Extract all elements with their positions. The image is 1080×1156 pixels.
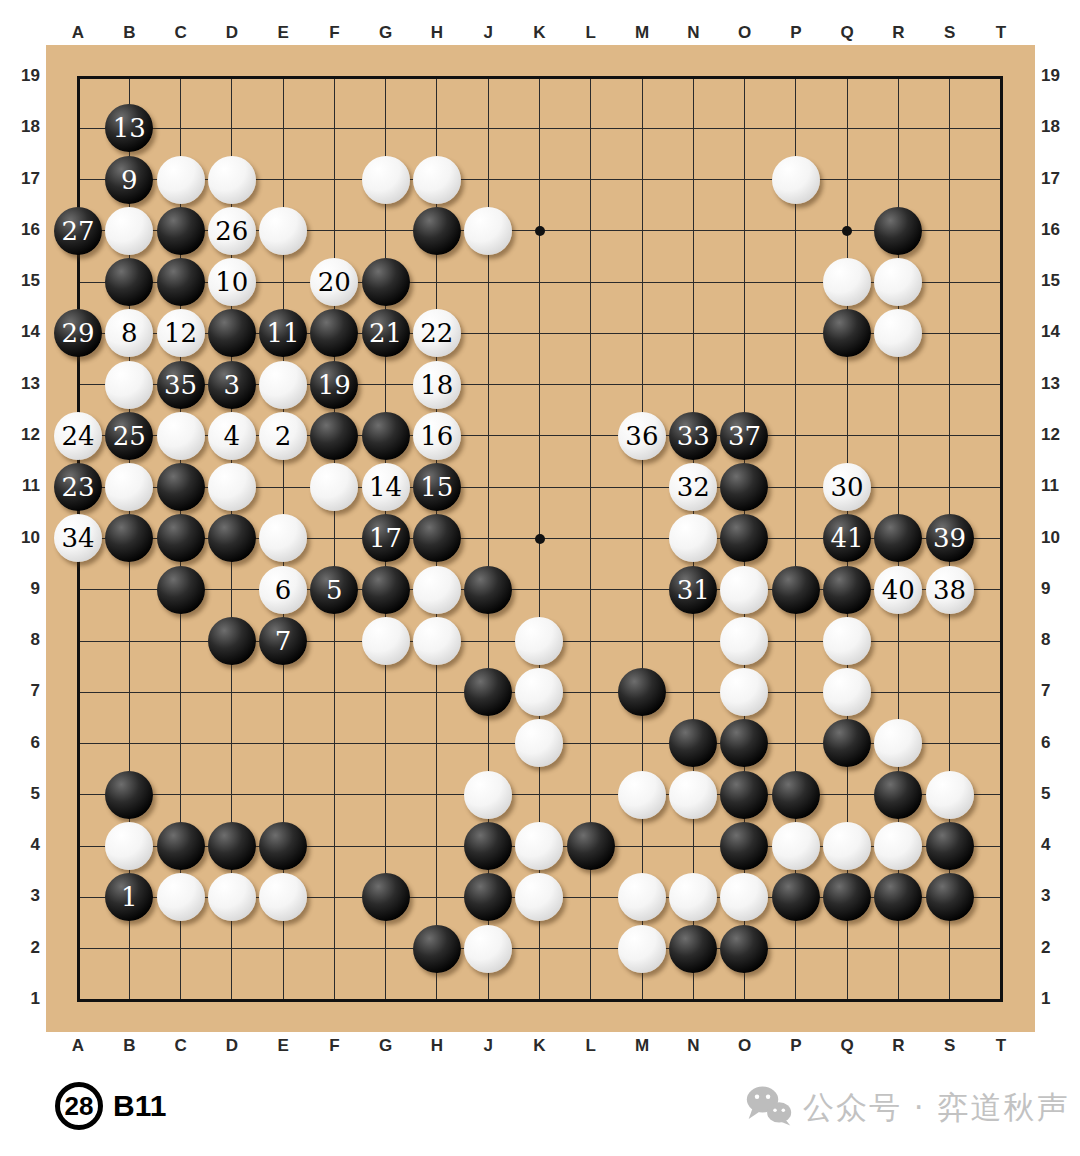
stone-D13-move-3: 3 xyxy=(208,361,256,409)
stone-G3 xyxy=(362,873,410,921)
stone-B3-move-1: 1 xyxy=(105,873,153,921)
stone-E4 xyxy=(259,822,307,870)
stone-M3 xyxy=(618,873,666,921)
stone-S3 xyxy=(926,873,974,921)
stone-H9 xyxy=(413,566,461,614)
stone-Q4 xyxy=(823,822,871,870)
row-label-left-8: 8 xyxy=(14,630,40,650)
stone-H13-move-18: 18 xyxy=(413,361,461,409)
stone-R5 xyxy=(874,771,922,819)
stone-K7 xyxy=(515,668,563,716)
stone-E9-move-6: 6 xyxy=(259,566,307,614)
stone-Q15 xyxy=(823,258,871,306)
stone-K6 xyxy=(515,719,563,767)
stone-H12-move-16: 16 xyxy=(413,412,461,460)
row-label-right-14: 14 xyxy=(1041,322,1071,342)
col-label-top-C: C xyxy=(174,23,186,43)
go-board: 1392726102029812112122353191824254216363… xyxy=(46,45,1035,1032)
stone-B10 xyxy=(105,514,153,562)
stone-B16 xyxy=(105,207,153,255)
stone-Q14 xyxy=(823,309,871,357)
stone-N2 xyxy=(669,925,717,973)
stone-D4 xyxy=(208,822,256,870)
row-label-left-9: 9 xyxy=(14,579,40,599)
stone-C3 xyxy=(157,873,205,921)
stone-F9-move-5: 5 xyxy=(310,566,358,614)
stone-O12-move-37: 37 xyxy=(720,412,768,460)
stone-D8 xyxy=(208,617,256,665)
row-label-right-9: 9 xyxy=(1041,579,1071,599)
stone-B17-move-9: 9 xyxy=(105,156,153,204)
stone-O8 xyxy=(720,617,768,665)
stone-K8 xyxy=(515,617,563,665)
stone-M5 xyxy=(618,771,666,819)
stone-N11-move-32: 32 xyxy=(669,463,717,511)
stone-R4 xyxy=(874,822,922,870)
stone-H16 xyxy=(413,207,461,255)
stone-D12-move-4: 4 xyxy=(208,412,256,460)
stone-A16-move-27: 27 xyxy=(54,207,102,255)
row-label-right-7: 7 xyxy=(1041,681,1071,701)
stone-C15 xyxy=(157,258,205,306)
stone-R14 xyxy=(874,309,922,357)
row-label-right-17: 17 xyxy=(1041,169,1071,189)
col-label-bottom-T: T xyxy=(996,1036,1006,1056)
stone-C13-move-35: 35 xyxy=(157,361,205,409)
stone-R15 xyxy=(874,258,922,306)
col-label-top-S: S xyxy=(944,23,955,43)
stone-H14-move-22: 22 xyxy=(413,309,461,357)
row-label-right-18: 18 xyxy=(1041,117,1071,137)
stone-Q7 xyxy=(823,668,871,716)
stone-M2 xyxy=(618,925,666,973)
stone-H8 xyxy=(413,617,461,665)
stone-A14-move-29: 29 xyxy=(54,309,102,357)
row-label-right-16: 16 xyxy=(1041,220,1071,240)
stone-Q9 xyxy=(823,566,871,614)
stone-A10-move-34: 34 xyxy=(54,514,102,562)
col-label-top-D: D xyxy=(226,23,238,43)
col-label-top-O: O xyxy=(738,23,751,43)
stone-K4 xyxy=(515,822,563,870)
row-label-left-16: 16 xyxy=(14,220,40,240)
stone-R9-move-40: 40 xyxy=(874,566,922,614)
col-label-bottom-H: H xyxy=(431,1036,443,1056)
stone-G11-move-14: 14 xyxy=(362,463,410,511)
col-label-top-M: M xyxy=(635,23,649,43)
stone-G9 xyxy=(362,566,410,614)
stone-M7 xyxy=(618,668,666,716)
col-label-bottom-E: E xyxy=(277,1036,288,1056)
row-label-right-13: 13 xyxy=(1041,374,1071,394)
stone-C12 xyxy=(157,412,205,460)
stone-Q3 xyxy=(823,873,871,921)
stone-H17 xyxy=(413,156,461,204)
stone-S4 xyxy=(926,822,974,870)
stone-G8 xyxy=(362,617,410,665)
col-label-top-K: K xyxy=(533,23,545,43)
stone-R6 xyxy=(874,719,922,767)
stone-N10 xyxy=(669,514,717,562)
stone-D3 xyxy=(208,873,256,921)
stones-layer: 1392726102029812112122353191824254216363… xyxy=(52,51,1026,1025)
stone-J7 xyxy=(464,668,512,716)
stone-O5 xyxy=(720,771,768,819)
col-label-bottom-O: O xyxy=(738,1036,751,1056)
watermark-text: 公众号 · 弈道秋声 xyxy=(803,1087,1070,1129)
row-label-left-18: 18 xyxy=(14,117,40,137)
stone-P3 xyxy=(772,873,820,921)
stone-O9 xyxy=(720,566,768,614)
stone-G17 xyxy=(362,156,410,204)
stone-H11-move-15: 15 xyxy=(413,463,461,511)
footnote-move-reference: 28 B11 xyxy=(55,1082,166,1130)
stone-O7 xyxy=(720,668,768,716)
stone-A11-move-23: 23 xyxy=(54,463,102,511)
stone-B5 xyxy=(105,771,153,819)
stone-G15 xyxy=(362,258,410,306)
stone-Q6 xyxy=(823,719,871,767)
stone-S9-move-38: 38 xyxy=(926,566,974,614)
row-label-left-4: 4 xyxy=(14,835,40,855)
row-label-left-13: 13 xyxy=(14,374,40,394)
stone-B14-move-8: 8 xyxy=(105,309,153,357)
row-label-right-5: 5 xyxy=(1041,784,1071,804)
stone-G14-move-21: 21 xyxy=(362,309,410,357)
col-label-bottom-F: F xyxy=(329,1036,339,1056)
row-label-left-7: 7 xyxy=(14,681,40,701)
row-label-right-10: 10 xyxy=(1041,528,1071,548)
col-label-top-N: N xyxy=(687,23,699,43)
stone-O11 xyxy=(720,463,768,511)
row-label-right-19: 19 xyxy=(1041,66,1071,86)
col-label-top-B: B xyxy=(123,23,135,43)
col-label-top-L: L xyxy=(586,23,596,43)
stone-P9 xyxy=(772,566,820,614)
stone-J4 xyxy=(464,822,512,870)
col-label-top-H: H xyxy=(431,23,443,43)
stone-A12-move-24: 24 xyxy=(54,412,102,460)
stone-E12-move-2: 2 xyxy=(259,412,307,460)
stone-E3 xyxy=(259,873,307,921)
move-number-circle: 28 xyxy=(55,1082,103,1130)
stone-F11 xyxy=(310,463,358,511)
row-label-right-6: 6 xyxy=(1041,733,1071,753)
stone-D14 xyxy=(208,309,256,357)
col-label-top-Q: Q xyxy=(841,23,854,43)
stone-M12-move-36: 36 xyxy=(618,412,666,460)
stone-J2 xyxy=(464,925,512,973)
row-label-left-17: 17 xyxy=(14,169,40,189)
row-label-left-6: 6 xyxy=(14,733,40,753)
stone-H2 xyxy=(413,925,461,973)
col-label-bottom-N: N xyxy=(687,1036,699,1056)
col-label-bottom-Q: Q xyxy=(841,1036,854,1056)
stone-C4 xyxy=(157,822,205,870)
stone-O3 xyxy=(720,873,768,921)
stone-F15-move-20: 20 xyxy=(310,258,358,306)
stone-C14-move-12: 12 xyxy=(157,309,205,357)
stone-C10 xyxy=(157,514,205,562)
stone-B11 xyxy=(105,463,153,511)
stone-B15 xyxy=(105,258,153,306)
stone-D11 xyxy=(208,463,256,511)
wechat-logo-icon xyxy=(745,1085,793,1131)
stone-E14-move-11: 11 xyxy=(259,309,307,357)
stone-B12-move-25: 25 xyxy=(105,412,153,460)
col-label-bottom-J: J xyxy=(483,1036,492,1056)
stone-O4 xyxy=(720,822,768,870)
move-number: 28 xyxy=(65,1091,94,1122)
row-label-left-15: 15 xyxy=(14,271,40,291)
col-label-bottom-R: R xyxy=(892,1036,904,1056)
col-label-top-P: P xyxy=(790,23,801,43)
stone-R16 xyxy=(874,207,922,255)
col-label-bottom-S: S xyxy=(944,1036,955,1056)
col-label-top-F: F xyxy=(329,23,339,43)
page: 1392726102029812112122353191824254216363… xyxy=(0,0,1080,1156)
row-label-right-12: 12 xyxy=(1041,425,1071,445)
col-label-bottom-K: K xyxy=(533,1036,545,1056)
stone-O2 xyxy=(720,925,768,973)
col-label-top-T: T xyxy=(996,23,1006,43)
col-label-bottom-M: M xyxy=(635,1036,649,1056)
stone-F14 xyxy=(310,309,358,357)
row-label-right-11: 11 xyxy=(1041,476,1071,496)
stone-S10-move-39: 39 xyxy=(926,514,974,562)
stone-C16 xyxy=(157,207,205,255)
stone-H10 xyxy=(413,514,461,562)
stone-K3 xyxy=(515,873,563,921)
col-label-top-R: R xyxy=(892,23,904,43)
stone-C11 xyxy=(157,463,205,511)
stone-E10 xyxy=(259,514,307,562)
watermark: 公众号 · 弈道秋声 xyxy=(745,1084,1070,1132)
stone-E13 xyxy=(259,361,307,409)
stone-G12 xyxy=(362,412,410,460)
row-label-left-2: 2 xyxy=(14,938,40,958)
row-label-right-8: 8 xyxy=(1041,630,1071,650)
stone-P17 xyxy=(772,156,820,204)
col-label-bottom-B: B xyxy=(123,1036,135,1056)
stone-B18-move-13: 13 xyxy=(105,104,153,152)
stone-J16 xyxy=(464,207,512,255)
col-label-bottom-L: L xyxy=(586,1036,596,1056)
stone-E16 xyxy=(259,207,307,255)
stone-N12-move-33: 33 xyxy=(669,412,717,460)
stone-N9-move-31: 31 xyxy=(669,566,717,614)
stone-R10 xyxy=(874,514,922,562)
row-label-right-4: 4 xyxy=(1041,835,1071,855)
col-label-top-E: E xyxy=(277,23,288,43)
stone-Q10-move-41: 41 xyxy=(823,514,871,562)
row-label-left-12: 12 xyxy=(14,425,40,445)
col-label-bottom-D: D xyxy=(226,1036,238,1056)
stone-N5 xyxy=(669,771,717,819)
stone-J5 xyxy=(464,771,512,819)
stone-J9 xyxy=(464,566,512,614)
row-label-right-1: 1 xyxy=(1041,989,1071,1009)
stone-D16-move-26: 26 xyxy=(208,207,256,255)
stone-F13-move-19: 19 xyxy=(310,361,358,409)
stone-Q8 xyxy=(823,617,871,665)
stone-F12 xyxy=(310,412,358,460)
stone-J3 xyxy=(464,873,512,921)
stone-N3 xyxy=(669,873,717,921)
stone-L4 xyxy=(567,822,615,870)
stone-D10 xyxy=(208,514,256,562)
stone-R3 xyxy=(874,873,922,921)
row-label-right-15: 15 xyxy=(1041,271,1071,291)
move-point-label: B11 xyxy=(113,1089,166,1123)
stone-Q11-move-30: 30 xyxy=(823,463,871,511)
stone-B4 xyxy=(105,822,153,870)
col-label-top-J: J xyxy=(483,23,492,43)
stone-N6 xyxy=(669,719,717,767)
row-label-left-14: 14 xyxy=(14,322,40,342)
stone-P5 xyxy=(772,771,820,819)
row-label-left-10: 10 xyxy=(14,528,40,548)
stone-G10-move-17: 17 xyxy=(362,514,410,562)
row-label-left-3: 3 xyxy=(14,886,40,906)
row-label-left-19: 19 xyxy=(14,66,40,86)
stone-O10 xyxy=(720,514,768,562)
col-label-top-G: G xyxy=(379,23,392,43)
stone-O6 xyxy=(720,719,768,767)
stone-P4 xyxy=(772,822,820,870)
col-label-bottom-G: G xyxy=(379,1036,392,1056)
stone-D17 xyxy=(208,156,256,204)
stone-B13 xyxy=(105,361,153,409)
stone-S5 xyxy=(926,771,974,819)
stone-E8-move-7: 7 xyxy=(259,617,307,665)
row-label-left-1: 1 xyxy=(14,989,40,1009)
col-label-top-A: A xyxy=(72,23,84,43)
row-label-right-3: 3 xyxy=(1041,886,1071,906)
row-label-left-5: 5 xyxy=(14,784,40,804)
col-label-bottom-P: P xyxy=(790,1036,801,1056)
row-label-right-2: 2 xyxy=(1041,938,1071,958)
col-label-bottom-A: A xyxy=(72,1036,84,1056)
col-label-bottom-C: C xyxy=(174,1036,186,1056)
stone-C9 xyxy=(157,566,205,614)
row-label-left-11: 11 xyxy=(14,476,40,496)
stone-D15-move-10: 10 xyxy=(208,258,256,306)
stone-C17 xyxy=(157,156,205,204)
